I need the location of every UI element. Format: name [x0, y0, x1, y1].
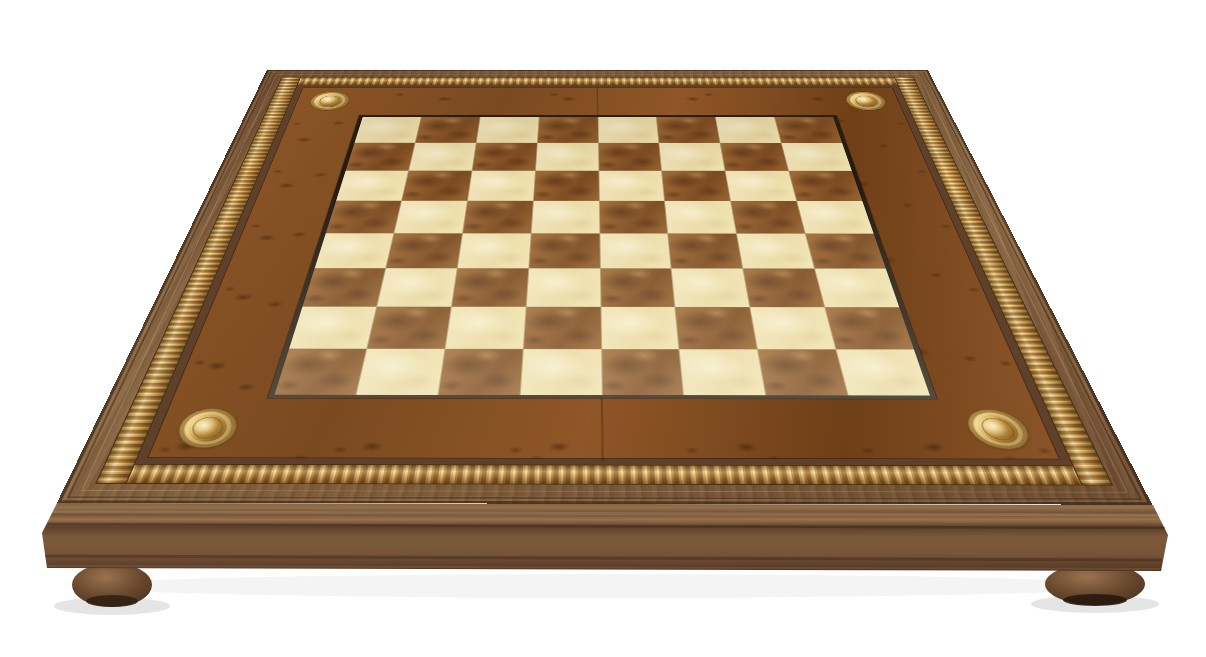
square-h8 [775, 117, 842, 143]
square-b6 [402, 171, 471, 201]
square-c7 [472, 143, 536, 170]
square-g5 [731, 201, 805, 233]
frame-molding [42, 503, 1168, 571]
floor-shadow-center [85, 574, 1125, 598]
square-g1 [758, 350, 847, 396]
square-c8 [476, 117, 538, 143]
square-d1 [520, 349, 601, 395]
square-e3 [600, 269, 674, 307]
square-g2 [751, 307, 836, 349]
square-c5 [463, 201, 533, 233]
bun-foot-left [72, 563, 152, 607]
square-f8 [657, 117, 720, 143]
square-d8 [537, 117, 597, 143]
square-a8 [355, 117, 421, 143]
square-c4 [457, 233, 530, 268]
square-b4 [386, 233, 462, 268]
square-g4 [737, 234, 814, 269]
gold-trim-top [278, 77, 917, 85]
square-b3 [377, 269, 456, 307]
square-a3 [303, 269, 385, 307]
playing-field [268, 115, 937, 399]
square-f5 [665, 201, 736, 233]
square-h4 [806, 234, 886, 269]
square-c3 [452, 269, 528, 307]
square-h6 [789, 171, 862, 201]
square-a2 [289, 307, 376, 349]
square-d4 [529, 233, 600, 268]
square-a6 [336, 171, 408, 201]
gold-trim-bottom [95, 464, 1113, 486]
square-e8 [598, 117, 659, 143]
square-h3 [815, 269, 899, 307]
square-g3 [744, 269, 825, 307]
square-f7 [660, 143, 725, 171]
square-a1 [275, 349, 367, 395]
square-b1 [356, 349, 444, 395]
square-g7 [721, 143, 789, 171]
square-e6 [599, 171, 664, 201]
square-g8 [716, 117, 781, 143]
square-d7 [536, 143, 598, 170]
square-a5 [326, 201, 401, 233]
square-d5 [531, 201, 599, 233]
square-a7 [346, 143, 415, 170]
square-b8 [416, 117, 480, 143]
square-c6 [468, 171, 535, 201]
square-d3 [526, 269, 600, 307]
square-b5 [394, 201, 466, 233]
square-d6 [534, 171, 599, 201]
square-f4 [669, 233, 743, 268]
square-h5 [797, 201, 873, 233]
square-e4 [600, 233, 671, 268]
board-grid [275, 117, 930, 396]
square-e5 [599, 201, 667, 233]
square-b7 [409, 143, 476, 170]
product-photo-stage [0, 0, 1206, 657]
square-c1 [438, 349, 522, 395]
square-c2 [445, 307, 525, 349]
square-f1 [680, 350, 766, 396]
square-h1 [837, 350, 930, 396]
square-e2 [601, 307, 679, 349]
square-a4 [315, 233, 394, 268]
square-b2 [367, 307, 450, 349]
square-e1 [602, 349, 684, 395]
square-d2 [523, 307, 600, 349]
square-h7 [782, 143, 852, 171]
square-f2 [676, 307, 757, 349]
square-e7 [598, 143, 661, 171]
square-f6 [662, 171, 730, 201]
square-f3 [672, 269, 750, 307]
square-g6 [726, 171, 796, 201]
square-h2 [825, 308, 913, 350]
